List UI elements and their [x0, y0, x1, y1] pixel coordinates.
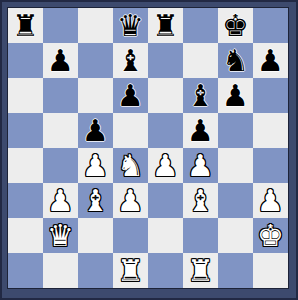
square-f2[interactable]: [183, 218, 218, 253]
piece-black-pawn[interactable]: ♟: [117, 78, 144, 113]
piece-black-bishop[interactable]: ♝: [117, 43, 144, 78]
square-g2[interactable]: [218, 218, 253, 253]
square-b8[interactable]: [43, 8, 78, 43]
piece-black-rook[interactable]: ♜: [12, 8, 39, 43]
piece-black-pawn[interactable]: ♟: [257, 43, 284, 78]
square-c4[interactable]: ♟: [78, 148, 113, 183]
square-d1[interactable]: ♜: [113, 253, 148, 288]
chess-board: ♜♛♜♚♟♝♞♟♟♝♟♟♟♟♞♟♟♟♝♟♝♟♛♚♜♜: [8, 8, 288, 288]
piece-black-pawn[interactable]: ♟: [47, 43, 74, 78]
square-d2[interactable]: [113, 218, 148, 253]
square-f1[interactable]: ♜: [183, 253, 218, 288]
piece-black-rook[interactable]: ♜: [152, 8, 179, 43]
square-d7[interactable]: ♝: [113, 43, 148, 78]
square-a2[interactable]: [8, 218, 43, 253]
square-g7[interactable]: ♞: [218, 43, 253, 78]
square-h3[interactable]: ♟: [253, 183, 288, 218]
square-e3[interactable]: [148, 183, 183, 218]
square-e4[interactable]: ♟: [148, 148, 183, 183]
square-e7[interactable]: [148, 43, 183, 78]
square-e1[interactable]: [148, 253, 183, 288]
piece-black-knight[interactable]: ♞: [222, 43, 249, 78]
square-c5[interactable]: ♟: [78, 113, 113, 148]
square-g6[interactable]: ♟: [218, 78, 253, 113]
square-e8[interactable]: ♜: [148, 8, 183, 43]
square-e5[interactable]: [148, 113, 183, 148]
piece-white-pawn[interactable]: ♟: [47, 183, 74, 218]
piece-white-pawn[interactable]: ♟: [82, 148, 109, 183]
square-g1[interactable]: [218, 253, 253, 288]
square-h7[interactable]: ♟: [253, 43, 288, 78]
square-f6[interactable]: ♝: [183, 78, 218, 113]
square-h1[interactable]: [253, 253, 288, 288]
square-h8[interactable]: [253, 8, 288, 43]
square-f7[interactable]: [183, 43, 218, 78]
square-f3[interactable]: ♝: [183, 183, 218, 218]
square-c2[interactable]: [78, 218, 113, 253]
square-d8[interactable]: ♛: [113, 8, 148, 43]
piece-white-queen[interactable]: ♛: [47, 218, 74, 253]
square-c8[interactable]: [78, 8, 113, 43]
piece-white-pawn[interactable]: ♟: [152, 148, 179, 183]
square-b3[interactable]: ♟: [43, 183, 78, 218]
square-a5[interactable]: [8, 113, 43, 148]
square-a6[interactable]: [8, 78, 43, 113]
square-a3[interactable]: [8, 183, 43, 218]
piece-white-bishop[interactable]: ♝: [82, 183, 109, 218]
piece-black-pawn[interactable]: ♟: [187, 113, 214, 148]
square-f5[interactable]: ♟: [183, 113, 218, 148]
piece-black-queen[interactable]: ♛: [117, 8, 144, 43]
square-e6[interactable]: [148, 78, 183, 113]
square-h5[interactable]: [253, 113, 288, 148]
square-c1[interactable]: [78, 253, 113, 288]
square-h6[interactable]: [253, 78, 288, 113]
square-f4[interactable]: ♟: [183, 148, 218, 183]
piece-black-king[interactable]: ♚: [222, 8, 249, 43]
piece-white-king[interactable]: ♚: [257, 218, 284, 253]
square-g4[interactable]: [218, 148, 253, 183]
square-g8[interactable]: ♚: [218, 8, 253, 43]
square-b5[interactable]: [43, 113, 78, 148]
square-h2[interactable]: ♚: [253, 218, 288, 253]
chess-board-frame: ♜♛♜♚♟♝♞♟♟♝♟♟♟♟♞♟♟♟♝♟♝♟♛♚♜♜: [0, 0, 298, 300]
square-g3[interactable]: [218, 183, 253, 218]
square-b2[interactable]: ♛: [43, 218, 78, 253]
piece-black-pawn[interactable]: ♟: [222, 78, 249, 113]
square-c3[interactable]: ♝: [78, 183, 113, 218]
square-c7[interactable]: [78, 43, 113, 78]
piece-white-pawn[interactable]: ♟: [187, 148, 214, 183]
piece-black-pawn[interactable]: ♟: [82, 113, 109, 148]
square-a1[interactable]: [8, 253, 43, 288]
square-b7[interactable]: ♟: [43, 43, 78, 78]
square-e2[interactable]: [148, 218, 183, 253]
square-d4[interactable]: ♞: [113, 148, 148, 183]
square-a8[interactable]: ♜: [8, 8, 43, 43]
square-a7[interactable]: [8, 43, 43, 78]
piece-white-rook[interactable]: ♜: [117, 253, 144, 288]
piece-black-bishop[interactable]: ♝: [187, 78, 214, 113]
square-g5[interactable]: [218, 113, 253, 148]
square-h4[interactable]: [253, 148, 288, 183]
square-d6[interactable]: ♟: [113, 78, 148, 113]
square-d3[interactable]: ♟: [113, 183, 148, 218]
piece-white-knight[interactable]: ♞: [117, 148, 144, 183]
piece-white-bishop[interactable]: ♝: [187, 183, 214, 218]
square-f8[interactable]: [183, 8, 218, 43]
square-d5[interactable]: [113, 113, 148, 148]
square-b4[interactable]: [43, 148, 78, 183]
piece-white-pawn[interactable]: ♟: [117, 183, 144, 218]
piece-white-pawn[interactable]: ♟: [257, 183, 284, 218]
square-c6[interactable]: [78, 78, 113, 113]
square-a4[interactable]: [8, 148, 43, 183]
square-b1[interactable]: [43, 253, 78, 288]
piece-white-rook[interactable]: ♜: [187, 253, 214, 288]
square-b6[interactable]: [43, 78, 78, 113]
